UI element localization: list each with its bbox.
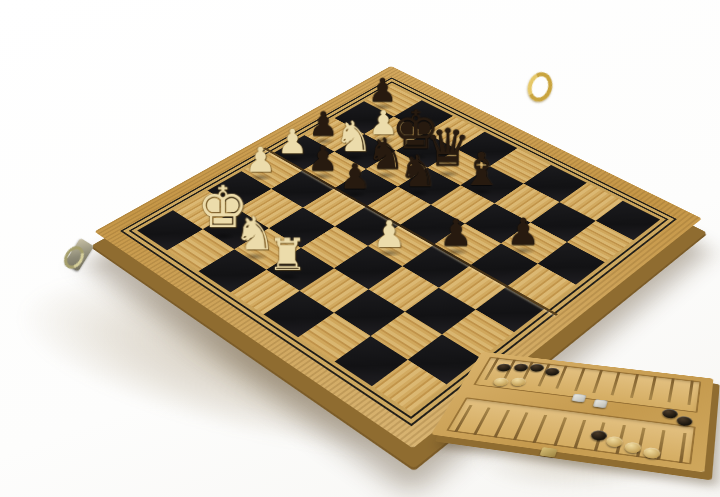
white-rook-d2[interactable]: ♜: [268, 233, 307, 277]
backgammon-point: [687, 380, 693, 404]
black-pawn-f5[interactable]: ♟: [440, 215, 473, 252]
backgammon-point: [533, 415, 548, 443]
backgammon-point: [474, 408, 491, 435]
square-e1[interactable]: [264, 291, 335, 338]
dark-checker[interactable]: [676, 415, 693, 426]
backgammon-point: [592, 370, 603, 393]
backgammon-point: [611, 372, 621, 396]
backgammon-scene: [452, 330, 708, 480]
black-knight-d6[interactable]: ♞: [399, 149, 438, 193]
backgammon-point: [630, 374, 639, 398]
backgammon-point: [553, 417, 567, 446]
white-pawn-a5[interactable]: ♟: [277, 125, 307, 159]
square-e4[interactable]: ♟: [368, 225, 435, 266]
black-pawn-b5[interactable]: ♟: [308, 142, 339, 176]
backgammon-point: [574, 368, 585, 391]
backgammon-point: [668, 378, 675, 402]
white-pawn-e4[interactable]: ♟: [373, 216, 406, 253]
backgammon-point: [454, 405, 472, 432]
backgammon-point: [679, 433, 686, 463]
black-bishop-e7[interactable]: ♝: [461, 146, 502, 192]
backgammon-point: [493, 410, 510, 438]
black-pawn-g6[interactable]: ♟: [506, 214, 539, 251]
black-pawn-c5[interactable]: ♟: [339, 159, 370, 194]
backgammon-point: [513, 413, 529, 441]
square-g8[interactable]: [559, 183, 623, 221]
backgammon-point: [573, 420, 586, 449]
backgammon-point: [649, 376, 657, 400]
backgammon-clasp-icon: [539, 447, 557, 457]
backgammon-board[interactable]: [431, 352, 713, 473]
white-pawn-a4[interactable]: ♟: [245, 143, 276, 177]
